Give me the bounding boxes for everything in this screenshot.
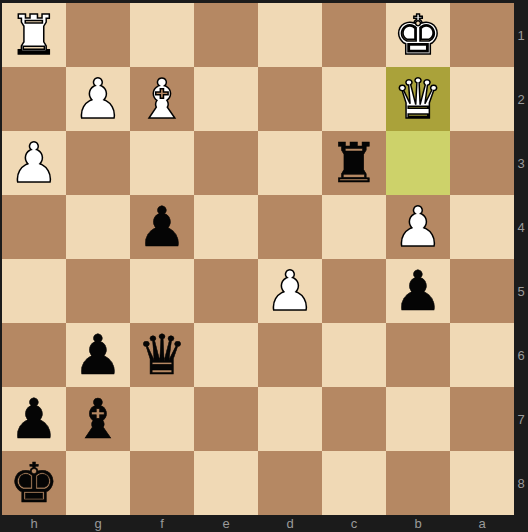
rank-label-6: 6 <box>514 323 528 387</box>
square-h6[interactable] <box>2 323 66 387</box>
rank-label-5: 5 <box>514 259 528 323</box>
square-a1[interactable] <box>450 3 514 67</box>
file-label-e: e <box>194 515 258 532</box>
black-rook[interactable]: ♜ <box>322 131 386 195</box>
white-rook[interactable]: ♜ <box>2 3 66 67</box>
chess-app: ♜♚♟♝♛♟♜♟♟♟♟♟♛♟♝♚ 12345678 hgfedcba <box>0 0 528 532</box>
file-coordinates: hgfedcba <box>2 515 514 532</box>
square-h3[interactable]: ♟ <box>2 131 66 195</box>
square-a5[interactable] <box>450 259 514 323</box>
rank-label-2: 2 <box>514 67 528 131</box>
square-g7[interactable]: ♝ <box>66 387 130 451</box>
file-label-f: f <box>130 515 194 532</box>
square-g2[interactable]: ♟ <box>66 67 130 131</box>
black-pawn[interactable]: ♟ <box>66 323 130 387</box>
square-c7[interactable] <box>322 387 386 451</box>
white-pawn[interactable]: ♟ <box>386 195 450 259</box>
square-h2[interactable] <box>2 67 66 131</box>
square-h4[interactable] <box>2 195 66 259</box>
square-a6[interactable] <box>450 323 514 387</box>
square-b1[interactable]: ♚ <box>386 3 450 67</box>
square-d3[interactable] <box>258 131 322 195</box>
file-label-b: b <box>386 515 450 532</box>
rank-label-8: 8 <box>514 451 528 515</box>
square-g4[interactable] <box>66 195 130 259</box>
square-c6[interactable] <box>322 323 386 387</box>
square-f3[interactable] <box>130 131 194 195</box>
file-label-c: c <box>322 515 386 532</box>
square-c8[interactable] <box>322 451 386 515</box>
rank-label-3: 3 <box>514 131 528 195</box>
square-d7[interactable] <box>258 387 322 451</box>
square-f5[interactable] <box>130 259 194 323</box>
square-b4[interactable]: ♟ <box>386 195 450 259</box>
white-queen[interactable]: ♛ <box>386 67 450 131</box>
square-f4[interactable]: ♟ <box>130 195 194 259</box>
square-e1[interactable] <box>194 3 258 67</box>
square-h1[interactable]: ♜ <box>2 3 66 67</box>
black-bishop[interactable]: ♝ <box>66 387 130 451</box>
square-a8[interactable] <box>450 451 514 515</box>
square-h7[interactable]: ♟ <box>2 387 66 451</box>
square-e2[interactable] <box>194 67 258 131</box>
square-a2[interactable] <box>450 67 514 131</box>
square-d2[interactable] <box>258 67 322 131</box>
square-f1[interactable] <box>130 3 194 67</box>
rank-label-4: 4 <box>514 195 528 259</box>
square-d5[interactable]: ♟ <box>258 259 322 323</box>
square-e6[interactable] <box>194 323 258 387</box>
white-pawn[interactable]: ♟ <box>2 131 66 195</box>
square-f2[interactable]: ♝ <box>130 67 194 131</box>
square-b3[interactable] <box>386 131 450 195</box>
square-g1[interactable] <box>66 3 130 67</box>
square-c5[interactable] <box>322 259 386 323</box>
square-d4[interactable] <box>258 195 322 259</box>
file-label-a: a <box>450 515 514 532</box>
square-h8[interactable]: ♚ <box>2 451 66 515</box>
black-king[interactable]: ♚ <box>2 451 66 515</box>
square-a3[interactable] <box>450 131 514 195</box>
square-a4[interactable] <box>450 195 514 259</box>
square-g8[interactable] <box>66 451 130 515</box>
square-e4[interactable] <box>194 195 258 259</box>
square-b8[interactable] <box>386 451 450 515</box>
rank-coordinates: 12345678 <box>514 3 528 515</box>
chess-board[interactable]: ♜♚♟♝♛♟♜♟♟♟♟♟♛♟♝♚ <box>2 3 514 515</box>
file-label-d: d <box>258 515 322 532</box>
square-f8[interactable] <box>130 451 194 515</box>
black-pawn[interactable]: ♟ <box>130 195 194 259</box>
square-d1[interactable] <box>258 3 322 67</box>
square-b5[interactable]: ♟ <box>386 259 450 323</box>
black-pawn[interactable]: ♟ <box>2 387 66 451</box>
white-bishop[interactable]: ♝ <box>130 67 194 131</box>
black-queen[interactable]: ♛ <box>130 323 194 387</box>
square-b6[interactable] <box>386 323 450 387</box>
black-pawn[interactable]: ♟ <box>386 259 450 323</box>
square-e5[interactable] <box>194 259 258 323</box>
white-king[interactable]: ♚ <box>386 3 450 67</box>
square-b2[interactable]: ♛ <box>386 67 450 131</box>
square-c1[interactable] <box>322 3 386 67</box>
square-d6[interactable] <box>258 323 322 387</box>
square-c3[interactable]: ♜ <box>322 131 386 195</box>
white-pawn[interactable]: ♟ <box>66 67 130 131</box>
square-h5[interactable] <box>2 259 66 323</box>
rank-label-1: 1 <box>514 3 528 67</box>
square-b7[interactable] <box>386 387 450 451</box>
square-g3[interactable] <box>66 131 130 195</box>
square-g6[interactable]: ♟ <box>66 323 130 387</box>
square-f7[interactable] <box>130 387 194 451</box>
square-g5[interactable] <box>66 259 130 323</box>
square-c2[interactable] <box>322 67 386 131</box>
square-d8[interactable] <box>258 451 322 515</box>
file-label-g: g <box>66 515 130 532</box>
rank-label-7: 7 <box>514 387 528 451</box>
square-e8[interactable] <box>194 451 258 515</box>
square-e7[interactable] <box>194 387 258 451</box>
white-pawn[interactable]: ♟ <box>258 259 322 323</box>
square-e3[interactable] <box>194 131 258 195</box>
file-label-h: h <box>2 515 66 532</box>
square-a7[interactable] <box>450 387 514 451</box>
square-c4[interactable] <box>322 195 386 259</box>
square-f6[interactable]: ♛ <box>130 323 194 387</box>
